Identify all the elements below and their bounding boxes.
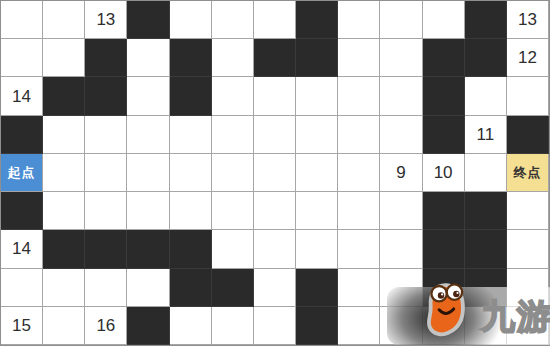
cell-r1c8[interactable] xyxy=(338,39,380,77)
cell-r7c0[interactable] xyxy=(1,269,43,307)
cell-r5c3[interactable] xyxy=(127,192,169,230)
cell-r4c1[interactable] xyxy=(43,154,85,192)
cell-r6c7[interactable] xyxy=(296,230,338,268)
cell-r4c7[interactable] xyxy=(296,154,338,192)
cell-r0c11-black xyxy=(465,1,507,39)
cell-r1c10-black xyxy=(423,39,465,77)
cell-r4c6[interactable] xyxy=(254,154,296,192)
cell-r7c8[interactable] xyxy=(338,269,380,307)
cell-r5c6[interactable] xyxy=(254,192,296,230)
cell-r0c1[interactable] xyxy=(43,1,85,39)
cell-r0c10[interactable] xyxy=(423,1,465,39)
cell-r6c12[interactable] xyxy=(507,230,549,268)
cell-r8c0-number-15[interactable]: 15 xyxy=(1,307,43,345)
cell-r2c12[interactable] xyxy=(507,77,549,115)
cell-r7c5-black xyxy=(212,269,254,307)
cell-r7c2[interactable] xyxy=(85,269,127,307)
cell-r5c1[interactable] xyxy=(43,192,85,230)
cell-r5c4[interactable] xyxy=(170,192,212,230)
cell-r8c4[interactable] xyxy=(170,307,212,345)
cell-r6c0-number-14[interactable]: 14 xyxy=(1,230,43,268)
cell-r5c11-black xyxy=(465,192,507,230)
cell-r2c3[interactable] xyxy=(127,77,169,115)
cell-r8c6[interactable] xyxy=(254,307,296,345)
end-cell[interactable]: 终点 xyxy=(507,154,549,192)
cell-r2c6[interactable] xyxy=(254,77,296,115)
cell-r2c8[interactable] xyxy=(338,77,380,115)
cell-r6c9[interactable] xyxy=(380,230,422,268)
cell-r0c6[interactable] xyxy=(254,1,296,39)
cell-r2c9[interactable] xyxy=(380,77,422,115)
cell-r1c9[interactable] xyxy=(380,39,422,77)
cell-r3c11-number-11[interactable]: 11 xyxy=(465,116,507,154)
cell-r8c12[interactable] xyxy=(507,307,549,345)
cell-r4c8[interactable] xyxy=(338,154,380,192)
cell-r2c4-black xyxy=(170,77,212,115)
cell-r3c7[interactable] xyxy=(296,116,338,154)
cell-r0c3-black xyxy=(127,1,169,39)
cell-r6c1-black xyxy=(43,230,85,268)
cell-r2c1-black xyxy=(43,77,85,115)
cell-r7c10-black xyxy=(423,269,465,307)
cell-r1c12-number-12[interactable]: 12 xyxy=(507,39,549,77)
cell-r5c7[interactable] xyxy=(296,192,338,230)
cell-r1c2-black xyxy=(85,39,127,77)
start-cell[interactable]: 起点 xyxy=(1,154,43,192)
cell-r8c11[interactable] xyxy=(465,307,507,345)
cell-r6c10-black xyxy=(423,230,465,268)
cell-r3c3[interactable] xyxy=(127,116,169,154)
cell-r7c12[interactable] xyxy=(507,269,549,307)
cell-r4c9-number-9[interactable]: 9 xyxy=(380,154,422,192)
cell-r1c0[interactable] xyxy=(1,39,43,77)
cell-r3c8[interactable] xyxy=(338,116,380,154)
cell-r5c12[interactable] xyxy=(507,192,549,230)
cell-r5c2[interactable] xyxy=(85,192,127,230)
cell-r0c4[interactable] xyxy=(170,1,212,39)
cell-r3c12-black xyxy=(507,116,549,154)
cell-r7c6[interactable] xyxy=(254,269,296,307)
cell-r2c2-black xyxy=(85,77,127,115)
cell-r2c11[interactable] xyxy=(465,77,507,115)
cell-r2c7[interactable] xyxy=(296,77,338,115)
cell-r3c5[interactable] xyxy=(212,116,254,154)
cell-r5c8[interactable] xyxy=(338,192,380,230)
cell-r1c11-black xyxy=(465,39,507,77)
cell-r5c5[interactable] xyxy=(212,192,254,230)
cell-r2c10-black xyxy=(423,77,465,115)
cell-r6c4-black xyxy=(170,230,212,268)
cell-r7c3[interactable] xyxy=(127,269,169,307)
cell-r3c2[interactable] xyxy=(85,116,127,154)
cell-r6c8[interactable] xyxy=(338,230,380,268)
cell-r4c11[interactable] xyxy=(465,154,507,192)
cell-r8c2-number-16[interactable]: 16 xyxy=(85,307,127,345)
puzzle-screenshot: 1313121411起点910终点141516 九游 xyxy=(0,0,550,346)
cell-r0c0[interactable] xyxy=(1,1,43,39)
cell-r3c10-black xyxy=(423,116,465,154)
cell-r3c1[interactable] xyxy=(43,116,85,154)
cell-r8c9[interactable] xyxy=(380,307,422,345)
cell-r7c4-black xyxy=(170,269,212,307)
cell-r1c5[interactable] xyxy=(212,39,254,77)
cell-r3c6[interactable] xyxy=(254,116,296,154)
cell-r0c12-number-13[interactable]: 13 xyxy=(507,1,549,39)
cell-r8c7-black xyxy=(296,307,338,345)
cell-r3c0-black xyxy=(1,116,43,154)
cell-r0c7-black xyxy=(296,1,338,39)
cell-r1c4-black xyxy=(170,39,212,77)
cell-r1c1[interactable] xyxy=(43,39,85,77)
cell-r8c5[interactable] xyxy=(212,307,254,345)
cell-r6c11-black xyxy=(465,230,507,268)
cell-r4c10-number-10[interactable]: 10 xyxy=(423,154,465,192)
cell-r4c2[interactable] xyxy=(85,154,127,192)
cell-r1c3[interactable] xyxy=(127,39,169,77)
cell-r7c1[interactable] xyxy=(43,269,85,307)
cell-r5c0-black xyxy=(1,192,43,230)
cell-r2c5[interactable] xyxy=(212,77,254,115)
cell-r4c5[interactable] xyxy=(212,154,254,192)
cell-r4c3[interactable] xyxy=(127,154,169,192)
cell-r4c4[interactable] xyxy=(170,154,212,192)
cell-r1c6-black xyxy=(254,39,296,77)
cell-r5c9[interactable] xyxy=(380,192,422,230)
cell-r0c2-number-13[interactable]: 13 xyxy=(85,1,127,39)
cell-r8c1[interactable] xyxy=(43,307,85,345)
cell-r8c3-black xyxy=(127,307,169,345)
cell-r0c8[interactable] xyxy=(338,1,380,39)
cell-r0c9[interactable] xyxy=(380,1,422,39)
cell-r5c10-black xyxy=(423,192,465,230)
cell-r8c10[interactable] xyxy=(423,307,465,345)
cell-r6c5[interactable] xyxy=(212,230,254,268)
cell-r6c2-black xyxy=(85,230,127,268)
cell-r8c8[interactable] xyxy=(338,307,380,345)
cell-r3c9[interactable] xyxy=(380,116,422,154)
cell-r0c5[interactable] xyxy=(212,1,254,39)
cell-r7c9[interactable] xyxy=(380,269,422,307)
cell-r6c3-black xyxy=(127,230,169,268)
cell-r7c7-black xyxy=(296,269,338,307)
cell-r2c0-number-14[interactable]: 14 xyxy=(1,77,43,115)
cell-r1c7-black xyxy=(296,39,338,77)
puzzle-board: 1313121411起点910终点141516 xyxy=(0,0,550,346)
cell-r3c4[interactable] xyxy=(170,116,212,154)
cell-r6c6[interactable] xyxy=(254,230,296,268)
cell-r7c11-black xyxy=(465,269,507,307)
